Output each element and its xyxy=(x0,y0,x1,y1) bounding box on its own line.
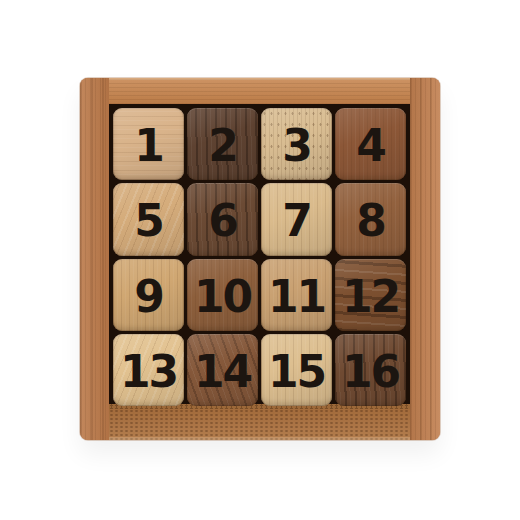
tile-13-number: 13 xyxy=(120,350,177,394)
tile-11-number: 11 xyxy=(268,275,325,319)
tile-12-number: 12 xyxy=(342,275,399,319)
tile-5-number: 5 xyxy=(134,199,163,243)
tile-grid: 1 2 3 4 5 6 7 8 9 10 11 12 13 14 15 16 xyxy=(113,108,406,406)
tile-1-number: 1 xyxy=(134,124,163,168)
frame-top-rail xyxy=(109,78,410,106)
tile-2-number: 2 xyxy=(208,124,237,168)
tile-12[interactable]: 12 xyxy=(335,259,406,331)
tile-4[interactable]: 4 xyxy=(335,108,406,180)
tile-13[interactable]: 13 xyxy=(113,334,184,406)
frame-bottom-rail xyxy=(109,407,410,440)
tile-11[interactable]: 11 xyxy=(261,259,332,331)
tile-5[interactable]: 5 xyxy=(113,183,184,255)
tile-14-number: 14 xyxy=(194,350,251,394)
tile-8-number: 8 xyxy=(356,199,385,243)
frame-left-rail xyxy=(80,78,109,440)
tile-14[interactable]: 14 xyxy=(187,334,258,406)
tile-8[interactable]: 8 xyxy=(335,183,406,255)
tile-15[interactable]: 15 xyxy=(261,334,332,406)
tile-9[interactable]: 9 xyxy=(113,259,184,331)
tile-3-number: 3 xyxy=(282,124,311,168)
tile-9-number: 9 xyxy=(134,275,163,319)
tile-6-number: 6 xyxy=(208,199,237,243)
puzzle-board: 1 2 3 4 5 6 7 8 9 10 11 12 13 14 15 16 xyxy=(80,78,440,440)
board-recess: 1 2 3 4 5 6 7 8 9 10 11 12 13 14 15 16 xyxy=(109,104,410,409)
tile-1[interactable]: 1 xyxy=(113,108,184,180)
tile-6[interactable]: 6 xyxy=(187,183,258,255)
tile-15-number: 15 xyxy=(268,350,325,394)
tile-4-number: 4 xyxy=(356,124,385,168)
page-background: 1 2 3 4 5 6 7 8 9 10 11 12 13 14 15 16 xyxy=(0,0,520,520)
frame-right-rail xyxy=(409,78,440,440)
tile-10[interactable]: 10 xyxy=(187,259,258,331)
tile-2[interactable]: 2 xyxy=(187,108,258,180)
tile-16[interactable]: 16 xyxy=(335,334,406,406)
tile-3[interactable]: 3 xyxy=(261,108,332,180)
tile-10-number: 10 xyxy=(194,275,251,319)
tile-16-number: 16 xyxy=(342,350,399,394)
tile-7-number: 7 xyxy=(282,199,311,243)
tile-7[interactable]: 7 xyxy=(261,183,332,255)
